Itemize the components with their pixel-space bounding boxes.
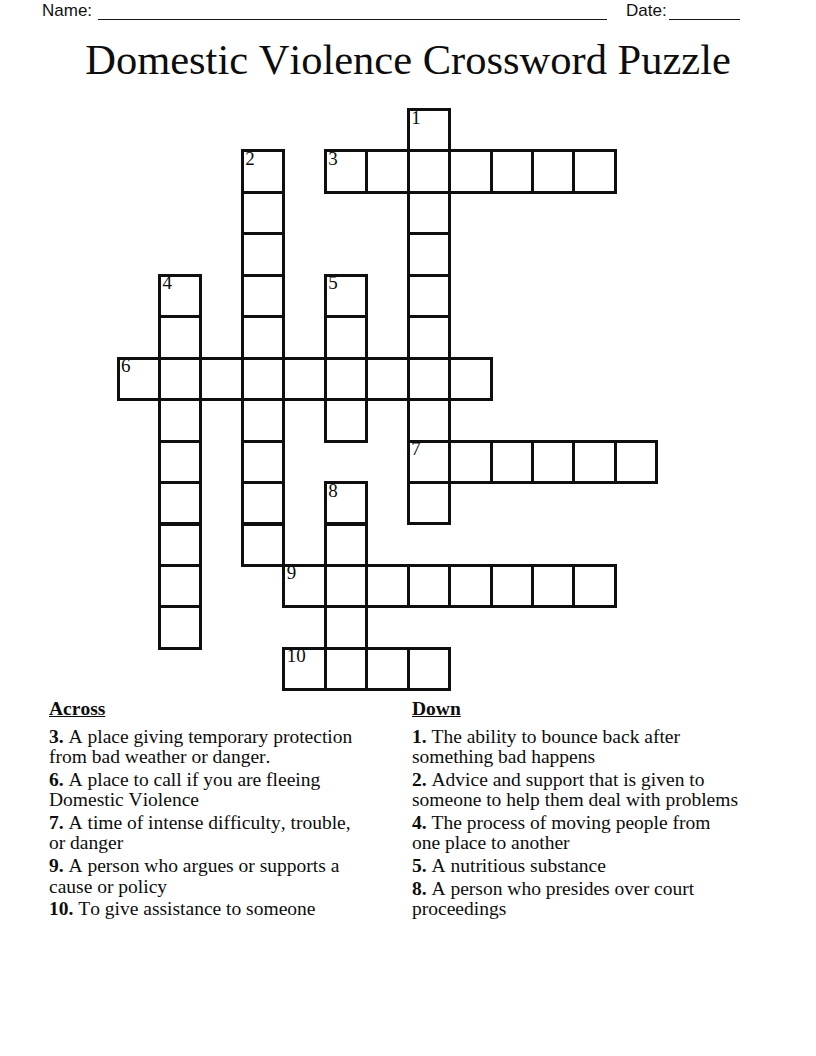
cell-r9-c5[interactable]: 8	[324, 481, 368, 525]
cell-r7-c3[interactable]	[241, 398, 285, 442]
cell-r3-c7[interactable]	[407, 232, 451, 276]
clue-down-2: 2. Advice and support that is given to s…	[412, 770, 742, 811]
cell-r8-c1[interactable]	[158, 440, 202, 484]
clue-number: 2.	[412, 769, 427, 790]
clue-down-1: 1. The ability to bounce back after some…	[412, 727, 742, 768]
cell-r8-c8[interactable]	[448, 440, 492, 484]
cell-r13-c4[interactable]: 10	[282, 647, 326, 691]
clue-across-9: 9. A person who argues or supports a cau…	[49, 856, 364, 897]
clue-number: 4.	[412, 812, 427, 833]
clue-down-4: 4. The process of moving people from one…	[412, 813, 742, 854]
cell-r5-c3[interactable]	[241, 315, 285, 359]
cell-r7-c1[interactable]	[158, 398, 202, 442]
cell-r6-c8[interactable]	[448, 357, 492, 401]
cell-r12-c5[interactable]	[324, 605, 368, 649]
cell-r5-c5[interactable]	[324, 315, 368, 359]
cell-number-6: 6	[121, 356, 131, 376]
date-blank-line[interactable]	[669, 1, 740, 20]
cell-r6-c5[interactable]	[324, 357, 368, 401]
cell-r3-c3[interactable]	[241, 232, 285, 276]
date-label: Date:	[626, 1, 667, 20]
name-label: Name:	[42, 1, 92, 20]
clue-number: 6.	[49, 769, 64, 790]
cell-r6-c7[interactable]	[407, 357, 451, 401]
cell-number-10: 10	[287, 646, 306, 666]
cell-r1-c5[interactable]: 3	[324, 149, 368, 193]
cell-r10-c3[interactable]	[241, 523, 285, 567]
cell-r5-c1[interactable]	[158, 315, 202, 359]
clue-number: 10.	[49, 898, 73, 919]
worksheet-page: { "header": { "name_label": "Name:", "da…	[0, 0, 816, 1056]
cell-r10-c1[interactable]	[158, 523, 202, 567]
clue-number: 1.	[412, 726, 427, 747]
clue-number: 5.	[412, 855, 427, 876]
across-clues-section: Across 3. A place giving temporary prote…	[49, 698, 364, 922]
cell-r11-c1[interactable]	[158, 564, 202, 608]
clue-number: 3.	[49, 726, 64, 747]
cell-number-2: 2	[245, 149, 255, 169]
cell-r9-c1[interactable]	[158, 481, 202, 525]
clue-number: 9.	[49, 855, 64, 876]
cell-r7-c5[interactable]	[324, 398, 368, 442]
cell-r4-c3[interactable]	[241, 274, 285, 318]
cell-r13-c5[interactable]	[324, 647, 368, 691]
clue-number: 8.	[412, 878, 427, 899]
cell-r1-c6[interactable]	[365, 149, 409, 193]
cell-r11-c5[interactable]	[324, 564, 368, 608]
cell-r7-c7[interactable]	[407, 398, 451, 442]
cell-r1-c10[interactable]	[531, 149, 575, 193]
cell-r0-c7[interactable]: 1	[407, 108, 451, 152]
across-heading: Across	[49, 698, 364, 720]
cell-r4-c5[interactable]: 5	[324, 274, 368, 318]
cell-r11-c8[interactable]	[448, 564, 492, 608]
down-clues-list: 1. The ability to bounce back after some…	[412, 727, 742, 920]
cell-r1-c3[interactable]: 2	[241, 149, 285, 193]
cell-r6-c6[interactable]	[365, 357, 409, 401]
cell-r2-c3[interactable]	[241, 191, 285, 235]
cell-r1-c7[interactable]	[407, 149, 451, 193]
cell-r6-c4[interactable]	[282, 357, 326, 401]
cell-number-4: 4	[162, 273, 172, 293]
cell-number-7: 7	[411, 439, 421, 459]
cell-number-8: 8	[328, 481, 338, 501]
cell-r1-c9[interactable]	[490, 149, 534, 193]
down-heading: Down	[412, 698, 742, 720]
clue-down-8: 8. A person who presides over court proc…	[412, 879, 742, 920]
cell-r11-c11[interactable]	[572, 564, 616, 608]
cell-r8-c9[interactable]	[490, 440, 534, 484]
cell-r11-c7[interactable]	[407, 564, 451, 608]
cell-r9-c3[interactable]	[241, 481, 285, 525]
across-clues-list: 3. A place giving temporary protection f…	[49, 727, 364, 920]
cell-r8-c7[interactable]: 7	[407, 440, 451, 484]
cell-r11-c10[interactable]	[531, 564, 575, 608]
cell-r11-c6[interactable]	[365, 564, 409, 608]
cell-r8-c10[interactable]	[531, 440, 575, 484]
cell-number-3: 3	[328, 149, 338, 169]
cell-r6-c3[interactable]	[241, 357, 285, 401]
cell-r8-c11[interactable]	[572, 440, 616, 484]
cell-r4-c1[interactable]: 4	[158, 274, 202, 318]
cell-r6-c1[interactable]	[158, 357, 202, 401]
page-title: Domestic Violence Crossword Puzzle	[0, 39, 816, 82]
cell-r2-c7[interactable]	[407, 191, 451, 235]
cell-r1-c11[interactable]	[572, 149, 616, 193]
cell-r6-c2[interactable]	[199, 357, 243, 401]
cell-r1-c8[interactable]	[448, 149, 492, 193]
cell-r12-c1[interactable]	[158, 605, 202, 649]
down-clues-section: Down 1. The ability to bounce back after…	[412, 698, 742, 922]
cell-r13-c6[interactable]	[365, 647, 409, 691]
page: Name: Date: Domestic Violence Crossword …	[0, 0, 816, 1056]
cell-r9-c7[interactable]	[407, 481, 451, 525]
cell-r5-c7[interactable]	[407, 315, 451, 359]
cell-r4-c7[interactable]	[407, 274, 451, 318]
cell-number-5: 5	[328, 273, 338, 293]
cell-r10-c5[interactable]	[324, 523, 368, 567]
clue-across-3: 3. A place giving temporary protection f…	[49, 727, 364, 768]
clue-down-5: 5. A nutritious substance	[412, 856, 742, 876]
cell-r6-c0[interactable]: 6	[117, 357, 161, 401]
cell-r8-c12[interactable]	[614, 440, 658, 484]
clue-across-6: 6. A place to call if you are fleeing Do…	[49, 770, 364, 811]
cell-r11-c9[interactable]	[490, 564, 534, 608]
clue-across-10: 10. To give assistance to someone	[49, 899, 364, 919]
clue-number: 7.	[49, 812, 64, 833]
cell-r11-c4[interactable]: 9	[282, 564, 326, 608]
cell-number-9: 9	[287, 563, 297, 583]
crossword-grid: 12345678910	[117, 108, 659, 692]
cell-number-1: 1	[411, 108, 421, 128]
name-blank-line[interactable]	[98, 1, 607, 20]
cell-r8-c3[interactable]	[241, 440, 285, 484]
clue-across-7: 7. A time of intense difficulty, trouble…	[49, 813, 364, 854]
cell-r13-c7[interactable]	[407, 647, 451, 691]
